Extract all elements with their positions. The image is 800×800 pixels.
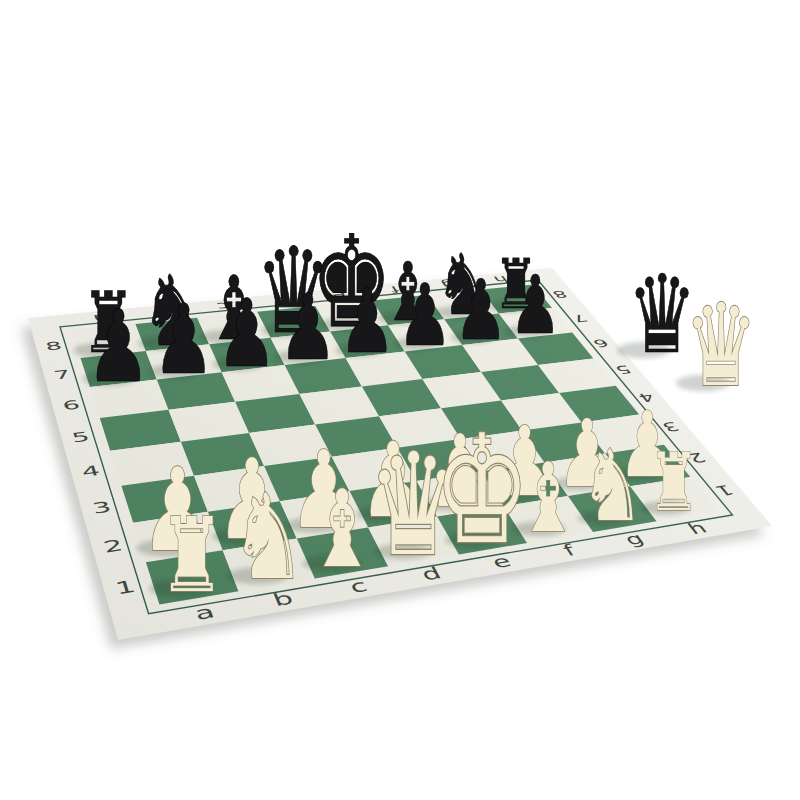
rank-label-left-8: 8	[44, 339, 64, 353]
white-k-e1[interactable]: ♚	[433, 403, 530, 577]
black-p-a7[interactable]: ♟	[86, 288, 150, 405]
rank-label-left-4: 4	[80, 462, 102, 480]
rank-label-left-5: 5	[70, 429, 92, 446]
white-b-f1[interactable]: ♝	[517, 442, 579, 553]
chess-set-photo: aabbccddeeffgghh1122334455667788♜♞♝♛♚♝♞♜…	[0, 0, 800, 800]
black-p-f7[interactable]: ♟	[397, 266, 452, 366]
white-r-a1[interactable]: ♜	[159, 496, 225, 615]
rank-label-left-3: 3	[90, 498, 113, 517]
black-p-e7[interactable]: ♟	[339, 271, 396, 373]
black-p-c7[interactable]: ♟	[216, 279, 277, 388]
rank-label-left-6: 6	[61, 397, 82, 413]
board-photo-svg: aabbccddeeffgghh1122334455667788♜♞♝♛♚♝♞♜…	[0, 0, 800, 800]
spare-white-queen[interactable]: ♛	[684, 279, 758, 411]
white-b-c1[interactable]: ♝	[308, 467, 377, 591]
black-p-h7[interactable]: ♟	[509, 258, 561, 352]
white-n-b1[interactable]: ♞	[230, 469, 306, 606]
black-p-b7[interactable]: ♟	[152, 284, 214, 396]
rank-label-left-7: 7	[52, 367, 72, 382]
white-r-h1[interactable]: ♜	[648, 435, 700, 528]
white-n-g1[interactable]: ♞	[580, 428, 644, 543]
black-p-g7[interactable]: ♟	[454, 262, 508, 358]
black-p-d7[interactable]: ♟	[279, 274, 338, 381]
